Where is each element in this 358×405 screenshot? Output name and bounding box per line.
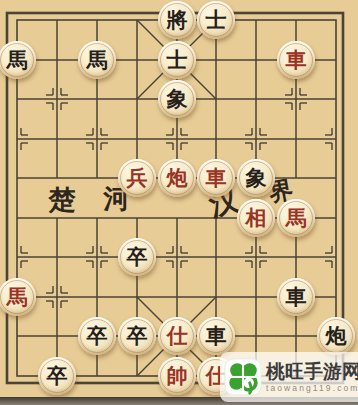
watermark-site-name: 桃旺手游网	[266, 362, 358, 381]
piece-red-horse[interactable]: 馬	[277, 199, 315, 237]
river-label-chu: 楚	[49, 187, 76, 214]
piece-red-general[interactable]: 帥	[158, 357, 196, 395]
clover-icon	[224, 358, 262, 396]
piece-black-soldier[interactable]: 卒	[38, 357, 76, 395]
xiangqi-board[interactable]: 楚 河 汉 界 將士馬馬士車象兵炮車象相馬卒馬車卒卒仕車炮卒帥仕 桃旺手游网 t…	[0, 0, 358, 405]
piece-red-chariot[interactable]: 車	[197, 159, 235, 197]
piece-black-advisor[interactable]: 士	[158, 41, 196, 79]
watermark: 桃旺手游网 taowang119.com	[220, 352, 358, 402]
piece-red-chariot[interactable]: 車	[277, 41, 315, 79]
piece-black-general[interactable]: 將	[158, 1, 196, 39]
piece-red-elephant[interactable]: 相	[237, 199, 275, 237]
piece-black-chariot[interactable]: 車	[277, 278, 315, 316]
piece-black-soldier[interactable]: 卒	[118, 238, 156, 276]
piece-black-cannon[interactable]: 炮	[317, 317, 355, 355]
piece-black-elephant[interactable]: 象	[237, 159, 275, 197]
piece-black-soldier[interactable]: 卒	[118, 317, 156, 355]
piece-red-advisor[interactable]: 仕	[158, 317, 196, 355]
piece-red-soldier[interactable]: 兵	[118, 159, 156, 197]
piece-black-chariot[interactable]: 車	[197, 317, 235, 355]
piece-black-soldier[interactable]: 卒	[78, 317, 116, 355]
piece-black-advisor[interactable]: 士	[197, 1, 235, 39]
watermark-site-url: taowang119.com	[266, 384, 358, 393]
piece-red-cannon[interactable]: 炮	[158, 159, 196, 197]
piece-black-horse[interactable]: 馬	[78, 41, 116, 79]
piece-black-elephant[interactable]: 象	[158, 80, 196, 118]
